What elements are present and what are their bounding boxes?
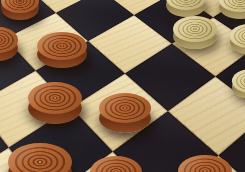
checker-piece-brown-7[interactable] <box>178 155 232 172</box>
piece-face <box>28 82 82 114</box>
checker-piece-brown-4[interactable] <box>99 93 151 133</box>
piece-face <box>37 32 87 60</box>
checkers-photo-scene <box>0 0 245 172</box>
checker-piece-cream-8[interactable] <box>166 0 206 17</box>
checker-piece-cream-12[interactable] <box>232 69 245 99</box>
checker-piece-cream-9[interactable] <box>219 0 245 19</box>
piece-face <box>173 16 217 42</box>
piece-face <box>8 143 72 172</box>
piece-face <box>99 93 151 123</box>
piece-face <box>90 156 142 172</box>
checker-piece-brown-3[interactable] <box>28 82 82 124</box>
checker-piece-brown-5[interactable] <box>8 143 72 172</box>
checker-piece-brown-0[interactable] <box>1 0 39 20</box>
checker-piece-cream-11[interactable] <box>230 24 245 54</box>
checker-piece-brown-2[interactable] <box>37 32 87 68</box>
checker-piece-brown-1[interactable] <box>0 27 18 61</box>
checker-piece-cream-10[interactable] <box>173 16 217 49</box>
piece-face <box>178 155 232 172</box>
checker-piece-brown-6[interactable] <box>90 156 142 172</box>
